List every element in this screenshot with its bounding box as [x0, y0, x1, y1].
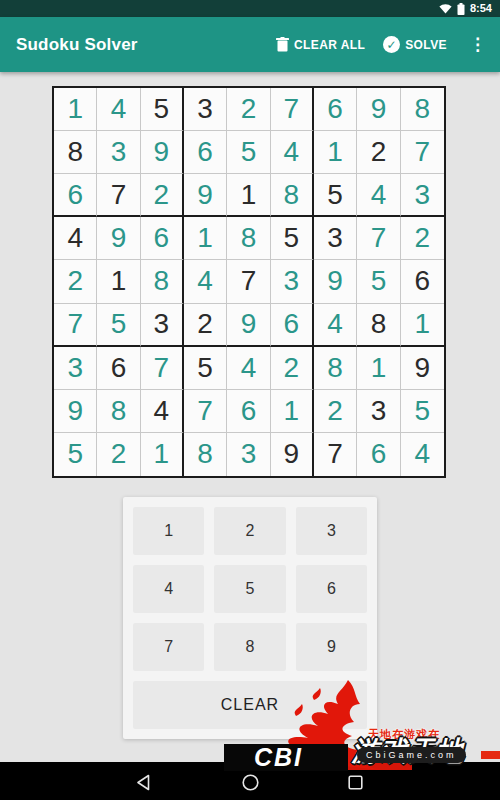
sudoku-cell[interactable]: 7	[184, 390, 227, 433]
sudoku-cell[interactable]: 5	[227, 131, 270, 174]
numpad-button-5[interactable]: 5	[214, 565, 285, 613]
navigation-bar	[0, 762, 500, 800]
clear-all-label: CLEAR ALL	[294, 38, 365, 52]
sudoku-cell[interactable]: 6	[97, 347, 140, 390]
sudoku-cell[interactable]: 4	[401, 433, 444, 476]
sudoku-cell[interactable]: 1	[401, 304, 444, 347]
solve-button[interactable]: ✓ SOLVE	[383, 36, 447, 53]
numpad-button-2[interactable]: 2	[214, 507, 285, 555]
sudoku-cell[interactable]: 8	[54, 131, 97, 174]
numpad-button-3[interactable]: 3	[296, 507, 367, 555]
sudoku-cell[interactable]: 1	[97, 260, 140, 303]
sudoku-cell[interactable]: 3	[314, 217, 357, 260]
sudoku-cell[interactable]: 5	[314, 174, 357, 217]
screen: 8:54 Sudoku Solver CLEAR ALL ✓ SOLVE ⋮ 1…	[0, 0, 500, 800]
sudoku-cell[interactable]: 8	[97, 390, 140, 433]
sudoku-cell[interactable]: 9	[141, 131, 184, 174]
sudoku-cell[interactable]: 6	[227, 390, 270, 433]
numpad-button-6[interactable]: 6	[296, 565, 367, 613]
sudoku-cell[interactable]: 9	[97, 217, 140, 260]
sudoku-cell[interactable]: 6	[357, 433, 400, 476]
sudoku-cell[interactable]: 7	[357, 217, 400, 260]
watermark-site-text: CbiGame.com	[357, 747, 466, 763]
sudoku-cell[interactable]: 3	[54, 347, 97, 390]
sudoku-cell[interactable]: 6	[54, 174, 97, 217]
sudoku-cell[interactable]: 7	[54, 304, 97, 347]
sudoku-cell[interactable]: 2	[271, 347, 314, 390]
sudoku-board: 1453276988396541276729185434961853722184…	[52, 86, 446, 478]
recents-icon	[348, 775, 363, 790]
back-button[interactable]	[132, 771, 154, 793]
sudoku-cell[interactable]: 5	[141, 88, 184, 131]
sudoku-cell[interactable]: 9	[401, 347, 444, 390]
sudoku-cell[interactable]: 8	[227, 217, 270, 260]
wifi-icon	[439, 3, 452, 14]
sudoku-cell[interactable]: 5	[184, 347, 227, 390]
sudoku-cell[interactable]: 1	[227, 174, 270, 217]
sudoku-cell[interactable]: 3	[357, 390, 400, 433]
clear-button[interactable]: CLEAR	[133, 681, 367, 729]
sudoku-cell[interactable]: 3	[401, 174, 444, 217]
sudoku-cell[interactable]: 1	[271, 390, 314, 433]
sudoku-cell[interactable]: 8	[401, 88, 444, 131]
page-title: Sudoku Solver	[0, 35, 138, 55]
sudoku-cell[interactable]: 8	[184, 433, 227, 476]
sudoku-cell[interactable]: 6	[271, 304, 314, 347]
sudoku-cell[interactable]: 8	[314, 347, 357, 390]
sudoku-cell[interactable]: 6	[141, 217, 184, 260]
sudoku-cell[interactable]: 5	[97, 304, 140, 347]
sudoku-cell[interactable]: 4	[54, 217, 97, 260]
sudoku-cell[interactable]: 4	[227, 347, 270, 390]
check-circle-icon: ✓	[383, 36, 400, 53]
sudoku-cell[interactable]: 1	[314, 131, 357, 174]
sudoku-cell[interactable]: 3	[141, 304, 184, 347]
watermark-dash	[481, 751, 500, 759]
sudoku-cell[interactable]: 5	[54, 433, 97, 476]
numpad-button-9[interactable]: 9	[296, 623, 367, 671]
sudoku-cell[interactable]: 4	[97, 88, 140, 131]
solve-label: SOLVE	[405, 38, 447, 52]
sudoku-cell[interactable]: 3	[97, 131, 140, 174]
sudoku-cell[interactable]: 7	[97, 174, 140, 217]
numpad-grid: 123456789	[133, 507, 367, 671]
sudoku-cell[interactable]: 2	[184, 304, 227, 347]
numpad-panel: 123456789 CLEAR	[123, 497, 377, 739]
sudoku-cell[interactable]: 2	[97, 433, 140, 476]
sudoku-cell[interactable]: 9	[184, 174, 227, 217]
sudoku-cell[interactable]: 2	[401, 217, 444, 260]
numpad-button-7[interactable]: 7	[133, 623, 204, 671]
app-bar-actions: CLEAR ALL ✓ SOLVE ⋮	[276, 36, 500, 53]
home-button[interactable]	[239, 771, 261, 793]
sudoku-cell[interactable]: 4	[357, 174, 400, 217]
sudoku-cell[interactable]: 3	[184, 88, 227, 131]
sudoku-cell[interactable]: 2	[227, 88, 270, 131]
sudoku-cell[interactable]: 8	[357, 304, 400, 347]
battery-icon	[457, 3, 465, 15]
back-icon	[136, 774, 150, 791]
sudoku-cell[interactable]: 7	[227, 260, 270, 303]
sudoku-cell[interactable]: 3	[227, 433, 270, 476]
overflow-menu-icon[interactable]: ⋮	[465, 36, 490, 53]
sudoku-cell[interactable]: 8	[141, 260, 184, 303]
sudoku-cell[interactable]: 1	[54, 88, 97, 131]
clear-all-button[interactable]: CLEAR ALL	[276, 37, 365, 52]
sudoku-cell[interactable]: 9	[54, 390, 97, 433]
sudoku-cell[interactable]: 9	[227, 304, 270, 347]
sudoku-cell[interactable]: 7	[141, 347, 184, 390]
sudoku-cell[interactable]: 1	[141, 433, 184, 476]
sudoku-cell[interactable]: 4	[314, 304, 357, 347]
sudoku-cell[interactable]: 1	[184, 217, 227, 260]
sudoku-cell[interactable]: 6	[401, 260, 444, 303]
sudoku-cell[interactable]: 7	[401, 131, 444, 174]
sudoku-cell[interactable]: 2	[357, 131, 400, 174]
sudoku-cell[interactable]: 5	[401, 390, 444, 433]
recents-button[interactable]	[344, 771, 366, 793]
sudoku-cell[interactable]: 4	[184, 260, 227, 303]
home-icon	[242, 774, 259, 791]
sudoku-cell[interactable]: 7	[314, 433, 357, 476]
sudoku-cell[interactable]: 6	[314, 88, 357, 131]
sudoku-cell[interactable]: 9	[314, 260, 357, 303]
sudoku-cell[interactable]: 9	[271, 433, 314, 476]
sudoku-cell[interactable]: 6	[184, 131, 227, 174]
trash-icon	[276, 37, 289, 52]
sudoku-cell[interactable]: 3	[271, 260, 314, 303]
sudoku-cell[interactable]: 5	[357, 260, 400, 303]
numpad-button-1[interactable]: 1	[133, 507, 204, 555]
sudoku-cell[interactable]: 2	[314, 390, 357, 433]
sudoku-cell[interactable]: 1	[357, 347, 400, 390]
numpad-button-8[interactable]: 8	[214, 623, 285, 671]
sudoku-cell[interactable]: 2	[141, 174, 184, 217]
numpad-button-4[interactable]: 4	[133, 565, 204, 613]
app-bar: Sudoku Solver CLEAR ALL ✓ SOLVE ⋮	[0, 17, 500, 72]
sudoku-cell[interactable]: 2	[54, 260, 97, 303]
sudoku-cell[interactable]: 5	[271, 217, 314, 260]
sudoku-cell[interactable]: 7	[271, 88, 314, 131]
clock-time: 8:54	[470, 3, 492, 14]
sudoku-cell[interactable]: 8	[271, 174, 314, 217]
sudoku-cell[interactable]: 4	[141, 390, 184, 433]
status-bar: 8:54	[0, 0, 500, 17]
sudoku-cell[interactable]: 4	[271, 131, 314, 174]
watermark-small-text: 天地在游戏在	[368, 727, 440, 742]
sudoku-cell[interactable]: 9	[357, 88, 400, 131]
